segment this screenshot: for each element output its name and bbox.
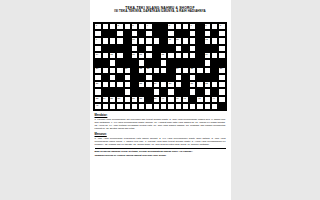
cell-r11c4[interactable]: 36 <box>116 96 123 103</box>
cell-r6c8 <box>145 59 152 66</box>
cell-r12c12[interactable] <box>175 103 182 110</box>
clue-number: 3 <box>132 24 133 27</box>
cell-r8c8[interactable] <box>145 74 152 81</box>
cell-r1c11[interactable]: 5 <box>167 23 174 30</box>
cell-r4c5 <box>124 45 131 52</box>
cell-r7c3[interactable] <box>109 67 116 74</box>
cell-r9c5[interactable] <box>124 81 131 88</box>
clue-number: 19 <box>205 53 208 56</box>
cell-r9c9[interactable]: 29 <box>153 81 160 88</box>
clue-number: 28 <box>140 82 143 85</box>
cell-r10c10 <box>160 88 167 95</box>
cell-r5c3[interactable]: 15 <box>109 52 116 59</box>
clue-number: 16 <box>132 53 135 56</box>
cell-r2c4[interactable] <box>116 30 123 37</box>
cell-r7c13[interactable] <box>182 67 189 74</box>
cell-r12c15[interactable] <box>196 103 203 110</box>
cell-r9c1[interactable]: 27 <box>94 81 101 88</box>
cell-r1c17[interactable] <box>211 23 218 30</box>
header: TEKA-TEKI SILANG NAHWU & SHOROF ISI TEKA… <box>90 0 231 14</box>
cell-r6c6 <box>131 59 138 66</box>
cell-r8c3[interactable] <box>109 74 116 81</box>
cell-r2c8[interactable] <box>145 30 152 37</box>
cell-r3c3[interactable] <box>109 37 116 44</box>
cell-r2c12 <box>175 30 182 37</box>
cell-r4c15 <box>196 45 203 52</box>
clue-number: 13 <box>205 38 208 41</box>
cell-r8c2 <box>102 74 109 81</box>
cell-r5c10[interactable]: 18 <box>160 52 167 59</box>
cell-r1c18[interactable]: 8 <box>218 23 225 30</box>
cell-r1c3[interactable] <box>109 23 116 30</box>
cell-r7c4[interactable] <box>116 67 123 74</box>
cell-r8c14[interactable] <box>189 74 196 81</box>
cell-r10c16[interactable] <box>204 88 211 95</box>
cell-r12c4[interactable] <box>116 103 123 110</box>
cell-r9c16[interactable]: 32 <box>204 81 211 88</box>
cell-r2c1[interactable] <box>94 30 101 37</box>
cell-r1c13[interactable] <box>182 23 189 30</box>
cell-r9c8[interactable] <box>145 81 152 88</box>
clue-number: 30 <box>169 82 172 85</box>
cell-r1c15 <box>196 23 203 30</box>
cell-r5c9 <box>153 52 160 59</box>
down-clues: 1. Ilmu yang mempelajari kedudukan kata … <box>95 137 226 146</box>
cell-r3c7[interactable] <box>138 37 145 44</box>
cell-r4c6[interactable] <box>131 45 138 52</box>
cell-r7c12[interactable]: 24 <box>175 67 182 74</box>
clue-number: 34 <box>103 97 106 100</box>
clue-number: 38 <box>140 97 143 100</box>
cell-r7c2[interactable] <box>102 67 109 74</box>
clue-number: 42 <box>183 97 186 100</box>
cell-r12c5[interactable] <box>124 103 131 110</box>
cell-r12c7[interactable] <box>138 103 145 110</box>
down-heading: Menurun: <box>95 133 226 136</box>
cell-r8c16 <box>204 74 211 81</box>
cell-r2c11[interactable] <box>167 30 174 37</box>
cell-r9c2[interactable] <box>102 81 109 88</box>
cell-r3c2[interactable] <box>102 37 109 44</box>
cell-r4c10 <box>160 45 167 52</box>
cell-r2c3 <box>109 30 116 37</box>
cell-r10c5[interactable] <box>124 88 131 95</box>
cell-r5c18[interactable] <box>218 52 225 59</box>
cell-r9c6 <box>131 81 138 88</box>
cell-r9c15[interactable] <box>196 81 203 88</box>
cell-r6c10[interactable] <box>160 59 167 66</box>
cell-r2c9 <box>153 30 160 37</box>
cell-r2c13 <box>182 30 189 37</box>
submission-note: Jawaban dikirim ke redaksi paling lambat… <box>95 154 226 157</box>
cell-r5c8[interactable] <box>145 52 152 59</box>
cell-r5c15 <box>196 52 203 59</box>
cell-r9c14[interactable]: 31 <box>189 81 196 88</box>
cell-r3c14[interactable] <box>189 37 196 44</box>
cell-r1c8[interactable]: 4 <box>145 23 152 30</box>
cell-r11c6[interactable]: 37 <box>131 96 138 103</box>
cell-r6c18 <box>218 59 225 66</box>
cell-r6c1 <box>94 59 101 66</box>
clue-number: 22 <box>140 67 143 70</box>
cell-r11c3[interactable]: 35 <box>109 96 116 103</box>
cell-r11c11[interactable] <box>167 96 174 103</box>
clue-number: 23 <box>147 67 150 70</box>
cell-r6c9 <box>153 59 160 66</box>
cell-r3c12[interactable]: 12 <box>175 37 182 44</box>
cell-r5c6[interactable]: 16 <box>131 52 138 59</box>
cell-r11c16[interactable] <box>204 96 211 103</box>
cell-r10c14[interactable] <box>189 88 196 95</box>
cell-r3c13[interactable] <box>182 37 189 44</box>
cell-r10c13 <box>182 88 189 95</box>
cell-r11c5[interactable] <box>124 96 131 103</box>
cell-r5c11[interactable] <box>167 52 174 59</box>
cell-r2c10 <box>160 30 167 37</box>
cell-r4c7 <box>138 45 145 52</box>
clue-number: 6 <box>191 24 192 27</box>
cell-r9c7[interactable]: 28 <box>138 81 145 88</box>
cell-r8c17 <box>211 74 218 81</box>
cell-r9c11[interactable]: 30 <box>167 81 174 88</box>
clue-number: 8 <box>220 24 221 27</box>
cell-r9c10[interactable] <box>160 81 167 88</box>
cell-r3c4[interactable] <box>116 37 123 44</box>
cell-r9c18[interactable] <box>218 81 225 88</box>
cell-r4c2 <box>102 45 109 52</box>
cell-r2c16[interactable] <box>204 30 211 37</box>
clue-number: 10 <box>132 38 135 41</box>
clue-number: 5 <box>169 24 170 27</box>
cell-r11c17[interactable]: 44 <box>211 96 218 103</box>
cell-r2c15 <box>196 30 203 37</box>
cell-r10c15 <box>196 88 203 95</box>
cell-r1c12[interactable] <box>175 23 182 30</box>
cell-r10c17 <box>211 88 218 95</box>
cell-r3c6[interactable]: 10 <box>131 37 138 44</box>
crossword-area: 1234567891011121314151617181920212223242… <box>90 22 231 112</box>
cell-r9c13 <box>182 81 189 88</box>
page-subtitle: ISI TEKA-TEKINYA, DAPATKAN ILMUNYA, & RA… <box>90 10 231 14</box>
cell-r11c9[interactable]: 39 <box>153 96 160 103</box>
cell-r8c11 <box>167 74 174 81</box>
cell-r7c15[interactable] <box>196 67 203 74</box>
clue-number: 1 <box>96 24 97 27</box>
cell-r7c8[interactable]: 23 <box>145 67 152 74</box>
cell-r11c1[interactable]: 33 <box>94 96 101 103</box>
cell-r8c5[interactable] <box>124 74 131 81</box>
cell-r7c17 <box>211 67 218 74</box>
cell-r11c14 <box>189 96 196 103</box>
page: TEKA-TEKI SILANG NAHWU & SHOROF ISI TEKA… <box>90 0 231 200</box>
cell-r1c6[interactable]: 3 <box>131 23 138 30</box>
cell-r10c2 <box>102 88 109 95</box>
cell-r1c10 <box>160 23 167 30</box>
cell-r7c10[interactable] <box>160 67 167 74</box>
cell-r11c15[interactable]: 43 <box>196 96 203 103</box>
cell-r4c13 <box>182 45 189 52</box>
clue-number: 17 <box>140 53 143 56</box>
cell-r7c14[interactable]: 25 <box>189 67 196 74</box>
down-section: Menurun: 1. Ilmu yang mempelajari kedudu… <box>95 133 226 146</box>
cell-r8c6 <box>131 74 138 81</box>
cell-r2c6[interactable] <box>131 30 138 37</box>
clue-number: 25 <box>191 67 194 70</box>
clue-number: 4 <box>147 24 148 27</box>
footer: Bagi pengirim jawaban benar pertama, ber… <box>95 148 226 157</box>
cell-r6c14 <box>189 59 196 66</box>
cell-r12c6[interactable] <box>131 103 138 110</box>
clue-number: 41 <box>176 97 179 100</box>
clue-number: 36 <box>118 97 121 100</box>
cell-r11c10[interactable]: 40 <box>160 96 167 103</box>
across-section: Mendatar: 1. Kalimat yang menunjukkan ar… <box>95 114 226 130</box>
cell-r7c16[interactable] <box>204 67 211 74</box>
cell-r10c4 <box>116 88 123 95</box>
cell-r6c2 <box>102 59 109 66</box>
cell-r6c12 <box>175 59 182 66</box>
cell-r8c13 <box>182 74 189 81</box>
cell-r4c4 <box>116 45 123 52</box>
cell-r12c8[interactable] <box>145 103 152 110</box>
cell-r9c17[interactable] <box>211 81 218 88</box>
across-heading: Mendatar: <box>95 114 226 117</box>
cell-r1c16[interactable]: 7 <box>204 23 211 30</box>
cell-r7c18[interactable]: 26 <box>218 67 225 74</box>
cell-r3c15 <box>196 37 203 44</box>
cell-r5c2[interactable] <box>102 52 109 59</box>
cell-r1c9 <box>153 23 160 30</box>
cell-r3c5 <box>124 37 131 44</box>
clue-number: 39 <box>154 97 157 100</box>
cell-r6c13 <box>182 59 189 66</box>
cell-r12c1[interactable]: 45 <box>94 103 101 110</box>
cell-r3c1[interactable]: 9 <box>94 37 101 44</box>
cell-r7c11 <box>167 67 174 74</box>
clue-number: 43 <box>198 97 201 100</box>
clue-number: 33 <box>96 97 99 100</box>
cell-r10c8 <box>145 88 152 95</box>
cell-r4c16 <box>204 45 211 52</box>
cell-r2c17 <box>211 30 218 37</box>
clue-number: 15 <box>110 53 113 56</box>
clue-number: 14 <box>96 53 99 56</box>
clue-number: 32 <box>205 82 208 85</box>
cell-r8c15 <box>196 74 203 81</box>
cell-r3c8[interactable] <box>145 37 152 44</box>
cell-r6c15 <box>196 59 203 66</box>
clue-number: 7 <box>205 24 206 27</box>
clue-number: 35 <box>110 97 113 100</box>
cell-r9c3[interactable] <box>109 81 116 88</box>
cell-r3c10 <box>160 37 167 44</box>
cell-r6c3[interactable] <box>109 59 116 66</box>
cell-r12c16[interactable] <box>204 103 211 110</box>
cell-r4c12[interactable] <box>175 45 182 52</box>
prize-note: Bagi pengirim jawaban benar pertama, ber… <box>95 150 226 153</box>
clue-number: 12 <box>176 38 179 41</box>
cell-r2c2 <box>102 30 109 37</box>
cell-r6c11 <box>167 59 174 66</box>
cell-r12c14[interactable] <box>189 103 196 110</box>
cell-r4c9 <box>153 45 160 52</box>
cell-r8c10 <box>160 74 167 81</box>
cell-r7c9[interactable] <box>153 67 160 74</box>
cell-r5c13[interactable] <box>182 52 189 59</box>
cell-r4c11 <box>167 45 174 52</box>
cell-r11c7[interactable]: 38 <box>138 96 145 103</box>
clue-number: 40 <box>161 97 164 100</box>
cell-r10c12 <box>175 88 182 95</box>
cell-r12c17[interactable] <box>211 103 218 110</box>
cell-r12c13[interactable] <box>182 103 189 110</box>
cell-r3c11[interactable]: 11 <box>167 37 174 44</box>
cell-r2c18[interactable] <box>218 30 225 37</box>
cell-r5c17[interactable] <box>211 52 218 59</box>
clue-number: 26 <box>220 67 223 70</box>
clue-number: 21 <box>125 67 128 70</box>
cell-r12c11[interactable] <box>167 103 174 110</box>
cell-r1c14[interactable]: 6 <box>189 23 196 30</box>
clue-number: 11 <box>169 38 171 41</box>
clue-number: 37 <box>132 97 135 100</box>
cell-r1c4[interactable]: 2 <box>116 23 123 30</box>
cell-r5c4[interactable] <box>116 52 123 59</box>
clue-number: 31 <box>191 82 194 85</box>
clue-number: 18 <box>161 53 164 56</box>
cell-r8c4 <box>116 74 123 81</box>
cell-r10c11[interactable] <box>167 88 174 95</box>
cell-r1c7[interactable] <box>138 23 145 30</box>
cell-r11c18[interactable] <box>218 96 225 103</box>
cell-r11c8 <box>145 96 152 103</box>
cell-r4c3 <box>109 45 116 52</box>
cell-r7c6 <box>131 67 138 74</box>
cell-r1c1[interactable]: 1 <box>94 23 101 30</box>
cell-r3c18[interactable] <box>218 37 225 44</box>
cell-r4c17 <box>211 45 218 52</box>
cell-r5c16[interactable]: 19 <box>204 52 211 59</box>
cell-r5c14[interactable] <box>189 52 196 59</box>
cell-r2c5 <box>124 30 131 37</box>
cell-r11c12[interactable]: 41 <box>175 96 182 103</box>
clue-number: 29 <box>154 82 157 85</box>
cell-r8c7 <box>138 74 145 81</box>
clue-number: 27 <box>96 82 99 85</box>
cell-r3c9[interactable] <box>153 37 160 44</box>
cell-r4c18[interactable] <box>218 45 225 52</box>
cell-r12c3[interactable] <box>109 103 116 110</box>
cell-r9c12[interactable] <box>175 81 182 88</box>
cell-r8c12[interactable] <box>175 74 182 81</box>
clue-number: 44 <box>212 97 215 100</box>
cell-r7c1[interactable]: 20 <box>94 67 101 74</box>
cell-r10c6 <box>131 88 138 95</box>
cell-r6c17 <box>211 59 218 66</box>
cell-r12c18 <box>218 103 225 110</box>
cell-r6c7[interactable] <box>138 59 145 66</box>
cell-r4c14[interactable] <box>189 45 196 52</box>
cell-r12c9[interactable] <box>153 103 160 110</box>
cell-r3c16[interactable]: 13 <box>204 37 211 44</box>
cell-r4c1[interactable] <box>94 45 101 52</box>
cell-r6c5 <box>124 59 131 66</box>
cell-r10c3 <box>109 88 116 95</box>
cell-r2c14[interactable] <box>189 30 196 37</box>
cell-r9c4[interactable] <box>116 81 123 88</box>
cell-r10c9[interactable] <box>153 88 160 95</box>
clue-number: 9 <box>96 38 97 41</box>
cell-r7c7[interactable]: 22 <box>138 67 145 74</box>
cell-r1c5[interactable] <box>124 23 131 30</box>
cell-r6c16[interactable] <box>204 59 211 66</box>
cell-r2c7 <box>138 30 145 37</box>
cell-r10c7 <box>138 88 145 95</box>
cell-r5c7[interactable]: 17 <box>138 52 145 59</box>
cell-r5c12[interactable] <box>175 52 182 59</box>
cell-r6c4 <box>116 59 123 66</box>
cell-r1c2[interactable] <box>102 23 109 30</box>
cell-r3c17[interactable] <box>211 37 218 44</box>
cell-r5c5 <box>124 52 131 59</box>
clue-number: 2 <box>118 24 119 27</box>
crossword-grid: 1234567891011121314151617181920212223242… <box>93 22 226 112</box>
cell-r10c1[interactable] <box>94 88 101 95</box>
clue-number: 20 <box>96 67 99 70</box>
across-clues: 1. Kalimat yang menunjukkan arti pekerja… <box>95 118 226 130</box>
cell-r7c5[interactable]: 21 <box>124 67 131 74</box>
cell-r11c13[interactable]: 42 <box>182 96 189 103</box>
cell-r4c8[interactable] <box>145 45 152 52</box>
cell-r10c18[interactable] <box>218 88 225 95</box>
cell-r12c10[interactable] <box>160 103 167 110</box>
cell-r5c1[interactable]: 14 <box>94 52 101 59</box>
cell-r12c2[interactable] <box>102 103 109 110</box>
cell-r8c9 <box>153 74 160 81</box>
cell-r11c2[interactable]: 34 <box>102 96 109 103</box>
clue-number: 24 <box>176 67 179 70</box>
clue-number: 45 <box>96 104 99 107</box>
cell-r8c1[interactable] <box>94 74 101 81</box>
cell-r8c18[interactable] <box>218 74 225 81</box>
clue-lists: Mendatar: 1. Kalimat yang menunjukkan ar… <box>95 114 226 145</box>
